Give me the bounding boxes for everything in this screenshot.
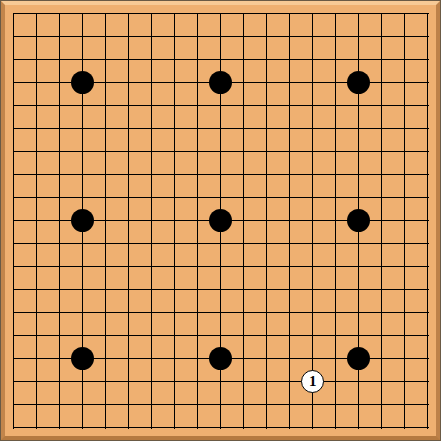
black-stone-Q4 [347, 347, 370, 370]
black-stone-D4 [71, 347, 94, 370]
black-stone-K4 [209, 347, 232, 370]
black-stone-Q10 [347, 209, 370, 232]
black-stone-K10 [209, 209, 232, 232]
black-stone-D16 [71, 71, 94, 94]
black-stone-Q16 [347, 71, 370, 94]
board-bevel-frame: 1 [1, 1, 440, 440]
black-stone-K16 [209, 71, 232, 94]
go-board: 1 [0, 0, 441, 441]
board-grid: 1 [13, 13, 429, 429]
white-stone-O3: 1 [301, 370, 324, 393]
black-stone-D10 [71, 209, 94, 232]
